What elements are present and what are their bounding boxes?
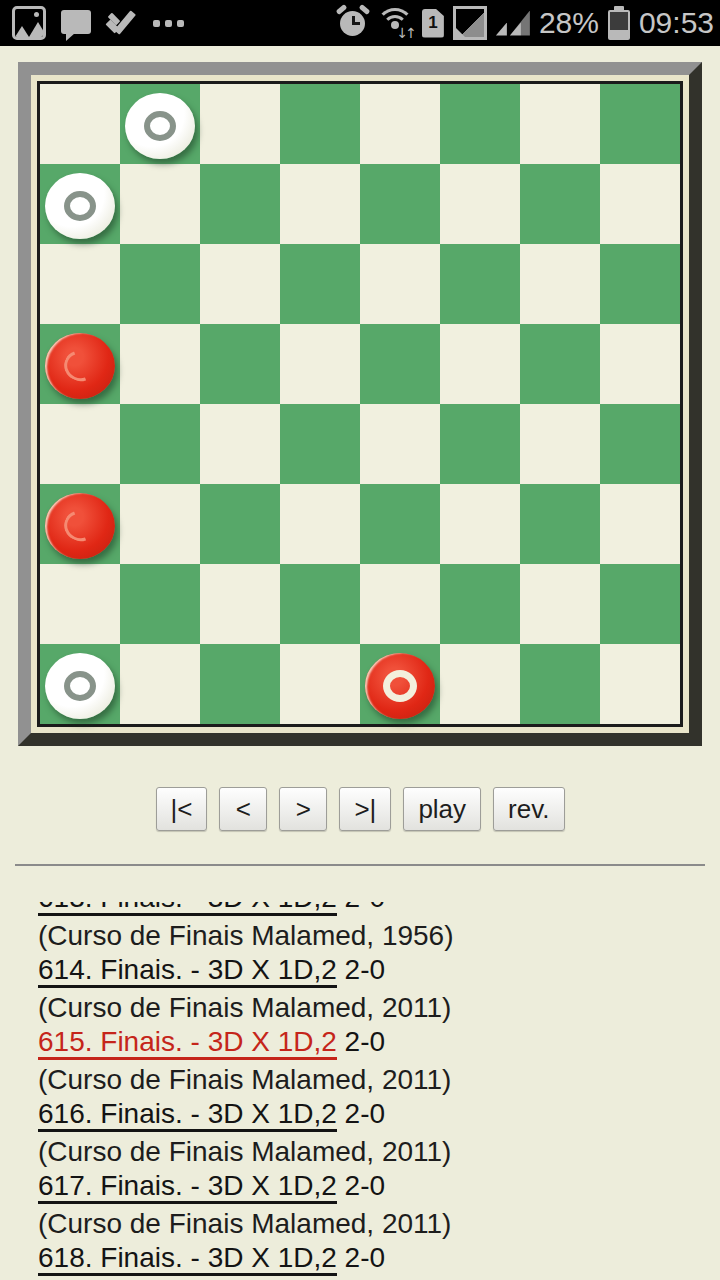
game-score: 2-0 [337, 1026, 385, 1057]
dark-square-30[interactable] [200, 644, 280, 724]
dark-square-24[interactable] [520, 484, 600, 564]
dark-square-31[interactable] [360, 644, 440, 724]
game-link[interactable]: 613. Finais. - 3D X 1D,2 [38, 902, 337, 916]
screenshot-icon [453, 6, 487, 40]
dark-square-26[interactable] [280, 564, 360, 644]
dark-square-32[interactable] [520, 644, 600, 724]
game-source: (Curso de Finais Malamed, 1956) [38, 919, 720, 953]
dark-square-13[interactable] [40, 324, 120, 404]
nav-button-prev[interactable]: < [219, 787, 267, 831]
battery-icon [608, 6, 630, 40]
dark-square-18[interactable] [280, 404, 360, 484]
dark-square-9[interactable] [120, 244, 200, 324]
game-source: (Curso de Finais Malamed, 2011) [38, 991, 720, 1025]
game-list[interactable]: 613. Finais. - 3D X 1D,2 2-0(Curso de Fi… [0, 902, 720, 1280]
light-square [120, 164, 200, 244]
separator-line [15, 864, 705, 866]
dark-square-25[interactable] [120, 564, 200, 644]
light-square [120, 644, 200, 724]
message-icon [61, 10, 91, 34]
status-right-icons: ↓↑ 1 28% 09:53 [338, 6, 714, 40]
dark-square-5[interactable] [40, 164, 120, 244]
dark-square-8[interactable] [520, 164, 600, 244]
game-list-entry: 615. Finais. - 3D X 1D,2 2-0(Curso de Fi… [38, 1025, 720, 1097]
white-king-piece[interactable] [125, 93, 195, 159]
alarm-icon [338, 7, 368, 39]
dark-square-4[interactable] [600, 84, 680, 164]
clock-text: 09:53 [639, 6, 714, 40]
white-king-piece[interactable] [45, 653, 115, 719]
light-square [440, 164, 520, 244]
red-man-piece[interactable] [45, 493, 115, 559]
light-square [360, 244, 440, 324]
game-list-entry: 617. Finais. - 3D X 1D,2 2-0(Curso de Fi… [38, 1169, 720, 1241]
game-source: (Curso de Finais Malamed, 2011) [38, 1207, 720, 1241]
nav-button-last[interactable]: >| [339, 787, 391, 831]
dark-square-27[interactable] [440, 564, 520, 644]
light-square [440, 324, 520, 404]
red-king-piece[interactable] [365, 653, 435, 719]
tasks-check-icon [106, 8, 138, 38]
game-list-inner: 613. Finais. - 3D X 1D,2 2-0(Curso de Fi… [38, 902, 720, 1280]
game-link[interactable]: 618. Finais. - 3D X 1D,2 [38, 1242, 337, 1276]
dark-square-15[interactable] [360, 324, 440, 404]
white-king-piece[interactable] [45, 173, 115, 239]
board-frame [18, 62, 702, 746]
dark-square-20[interactable] [600, 404, 680, 484]
board-inner-border [37, 81, 683, 727]
game-score: 2-0 [337, 1170, 385, 1201]
game-list-entry: 616. Finais. - 3D X 1D,2 2-0(Curso de Fi… [38, 1097, 720, 1169]
sim-card-icon: 1 [422, 9, 444, 38]
game-list-entry: 613. Finais. - 3D X 1D,2 2-0(Curso de Fi… [38, 902, 720, 953]
dark-square-2[interactable] [280, 84, 360, 164]
light-square [40, 564, 120, 644]
game-source: (Curso de Finais Malamed, 2011) [38, 1063, 720, 1097]
game-link[interactable]: 616. Finais. - 3D X 1D,2 [38, 1098, 337, 1132]
light-square [200, 244, 280, 324]
dark-square-7[interactable] [360, 164, 440, 244]
light-square [600, 164, 680, 244]
dark-square-29[interactable] [40, 644, 120, 724]
nav-button-play[interactable]: play [403, 787, 481, 831]
game-score: 2-0 [337, 954, 385, 985]
light-square [360, 564, 440, 644]
dark-square-3[interactable] [440, 84, 520, 164]
dark-square-10[interactable] [280, 244, 360, 324]
light-square [280, 484, 360, 564]
light-square [440, 644, 520, 724]
nav-button-reverse[interactable]: rev. [493, 787, 564, 831]
light-square [280, 164, 360, 244]
light-square [520, 564, 600, 644]
wifi-arrows-icon: ↓↑ [377, 8, 413, 38]
game-link-selected[interactable]: 615. Finais. - 3D X 1D,2 [38, 1026, 337, 1060]
light-square [200, 404, 280, 484]
light-square [360, 84, 440, 164]
gallery-icon [12, 6, 46, 40]
light-square [600, 644, 680, 724]
game-score: 2-0 [337, 902, 385, 913]
game-list-entry: 614. Finais. - 3D X 1D,2 2-0(Curso de Fi… [38, 953, 720, 1025]
game-score: 2-0 [337, 1242, 385, 1273]
dark-square-12[interactable] [600, 244, 680, 324]
light-square [440, 484, 520, 564]
game-score: 2-0 [337, 1098, 385, 1129]
controls: |<<>>|playrev. [0, 787, 720, 831]
dark-square-22[interactable] [200, 484, 280, 564]
light-square [40, 84, 120, 164]
light-square [520, 84, 600, 164]
dark-square-14[interactable] [200, 324, 280, 404]
more-dots-icon [153, 20, 184, 27]
game-source: (Curso de Finais Malamed, 2011) [38, 1135, 720, 1169]
red-man-piece[interactable] [45, 333, 115, 399]
game-link[interactable]: 614. Finais. - 3D X 1D,2 [38, 954, 337, 988]
status-left-icons [12, 6, 184, 40]
light-square [200, 84, 280, 164]
light-square [280, 324, 360, 404]
light-square [600, 324, 680, 404]
board [40, 84, 680, 724]
dark-square-21[interactable] [40, 484, 120, 564]
light-square [520, 244, 600, 324]
dark-square-28[interactable] [600, 564, 680, 644]
light-square [40, 244, 120, 324]
light-square [600, 484, 680, 564]
dark-square-6[interactable] [200, 164, 280, 244]
light-square [40, 404, 120, 484]
light-square [120, 324, 200, 404]
battery-percent-text: 28% [539, 6, 599, 40]
light-square [520, 404, 600, 484]
status-bar: ↓↑ 1 28% 09:53 [0, 0, 720, 46]
nav-button-first[interactable]: |< [156, 787, 208, 831]
game-list-entry: 618. Finais. - 3D X 1D,2 2-0(Curso de Fi… [38, 1241, 720, 1280]
dark-square-16[interactable] [520, 324, 600, 404]
dark-square-23[interactable] [360, 484, 440, 564]
light-square [120, 484, 200, 564]
light-square [360, 404, 440, 484]
light-square [280, 644, 360, 724]
signal-icon [496, 11, 530, 36]
game-link[interactable]: 617. Finais. - 3D X 1D,2 [38, 1170, 337, 1204]
nav-button-next[interactable]: > [279, 787, 327, 831]
dark-square-1[interactable] [120, 84, 200, 164]
dark-square-11[interactable] [440, 244, 520, 324]
light-square [200, 564, 280, 644]
dark-square-19[interactable] [440, 404, 520, 484]
dark-square-17[interactable] [120, 404, 200, 484]
